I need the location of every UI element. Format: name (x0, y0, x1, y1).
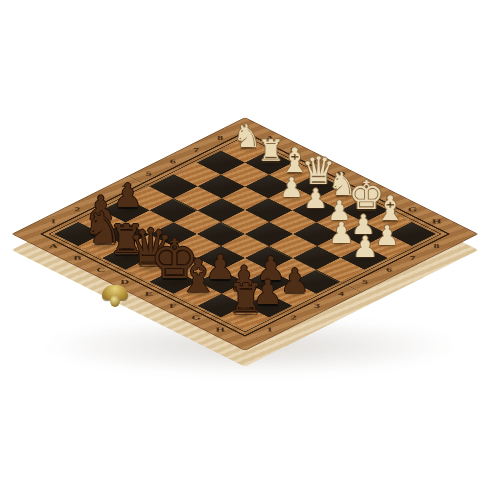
file-label-far-A: A (265, 134, 274, 142)
file-label-near-E: E (145, 290, 153, 298)
file-label-far-C: C (313, 158, 322, 166)
file-label-near-B: B (73, 255, 81, 263)
chess-board: AA88BB77CC66DD55EE44FF33GG22HH11 (12, 117, 479, 350)
rank-label-h-side-7: 7 (410, 255, 416, 263)
product-photo: AA88BB77CC66DD55EE44FF33GG22HH11 ♞♜♝♛♞♚♝… (0, 0, 500, 500)
rank-label-a-side-5: 5 (146, 170, 152, 178)
rank-label-h-side-6: 6 (386, 266, 392, 274)
rank-label-a-side-3: 3 (98, 194, 104, 202)
rank-label-a-side-6: 6 (170, 158, 176, 166)
rank-label-h-side-8: 8 (434, 243, 440, 251)
file-label-far-D: D (337, 170, 346, 178)
file-label-far-H: H (432, 218, 441, 226)
file-label-far-E: E (361, 182, 369, 190)
clasp-pin (110, 295, 120, 307)
file-label-near-F: F (169, 302, 176, 310)
file-label-near-G: G (192, 314, 201, 322)
rank-label-h-side-4: 4 (338, 290, 344, 298)
file-label-near-C: C (97, 266, 106, 274)
rank-label-h-side-2: 2 (291, 314, 297, 322)
rank-label-a-side-4: 4 (122, 182, 128, 190)
rank-label-a-side-1: 1 (50, 218, 56, 226)
rank-label-h-side-3: 3 (314, 302, 320, 310)
file-label-near-A: A (49, 243, 58, 251)
rank-label-a-side-2: 2 (74, 206, 80, 214)
brass-clasp (100, 283, 130, 309)
file-label-near-H: H (216, 326, 225, 333)
rank-label-a-side-8: 8 (217, 134, 223, 142)
rank-label-a-side-7: 7 (193, 146, 199, 154)
file-label-far-B: B (290, 146, 298, 154)
file-label-far-F: F (385, 194, 392, 202)
file-label-far-G: G (408, 206, 417, 214)
rank-label-h-side-1: 1 (267, 326, 273, 333)
rank-label-h-side-5: 5 (362, 278, 368, 286)
